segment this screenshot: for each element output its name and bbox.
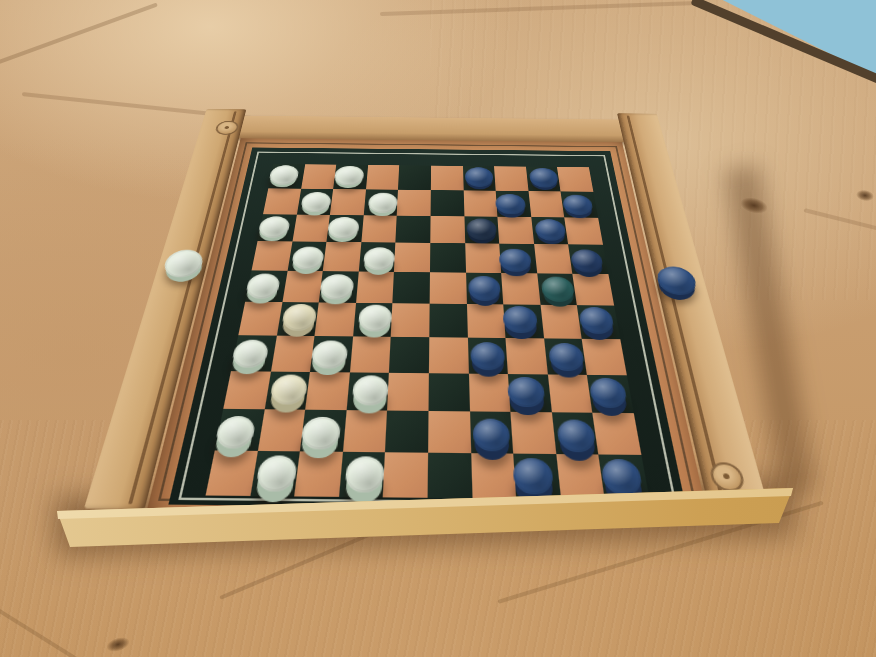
square-r2c7[interactable]: [463, 190, 497, 216]
blue-piece-r3c7[interactable]: [466, 218, 497, 240]
square-r8c9[interactable]: [548, 374, 593, 413]
square-r3c8[interactable]: [498, 216, 534, 244]
square-r9c1[interactable]: [215, 409, 265, 451]
square-r6c3[interactable]: [315, 302, 356, 336]
blue-piece-r6c8[interactable]: [503, 306, 538, 333]
square-r8c2[interactable]: [264, 371, 310, 410]
square-r7c6[interactable]: [429, 337, 469, 373]
square-r5c1[interactable]: [245, 271, 287, 303]
square-r4c1[interactable]: [252, 241, 293, 271]
square-r8c4[interactable]: [346, 372, 389, 411]
square-r6c4[interactable]: [353, 303, 393, 337]
square-r6c8[interactable]: [503, 304, 543, 338]
white-piece-r9c1[interactable]: [214, 416, 257, 449]
square-r3c3[interactable]: [327, 215, 364, 243]
square-r9c5[interactable]: [385, 411, 428, 453]
white-piece-r6c4[interactable]: [358, 305, 393, 332]
white-piece-r3c3[interactable]: [327, 217, 359, 239]
square-r3c7[interactable]: [464, 216, 499, 244]
blue-piece-r9c7[interactable]: [472, 418, 510, 451]
square-r5c5[interactable]: [393, 272, 430, 304]
square-r10c8[interactable]: [513, 454, 560, 499]
square-r5c9[interactable]: [537, 274, 577, 306]
square-r7c5[interactable]: [389, 337, 429, 373]
square-r10c6[interactable]: [428, 453, 472, 498]
square-r1c10[interactable]: [557, 167, 593, 192]
blue-piece-r2c10[interactable]: [561, 195, 593, 216]
square-r2c3[interactable]: [330, 189, 366, 215]
square-r4c5[interactable]: [394, 243, 430, 273]
square-r6c5[interactable]: [391, 303, 430, 337]
square-r2c8[interactable]: [496, 191, 531, 217]
square-r2c1[interactable]: [263, 188, 301, 214]
blue-piece-r2c8[interactable]: [495, 194, 526, 215]
square-r8c6[interactable]: [429, 373, 470, 412]
square-r7c4[interactable]: [350, 336, 391, 372]
square-r7c1[interactable]: [231, 335, 276, 371]
square-r5c8[interactable]: [501, 273, 540, 305]
white-piece-r7c3[interactable]: [311, 340, 348, 369]
blue-piece-r8c8[interactable]: [507, 377, 545, 408]
white-piece-r8c4[interactable]: [352, 375, 389, 406]
square-r2c4[interactable]: [364, 189, 399, 215]
square-r9c8[interactable]: [511, 412, 556, 454]
square-r4c10[interactable]: [569, 245, 609, 275]
blue-piece-r7c7[interactable]: [470, 342, 506, 371]
square-r3c4[interactable]: [361, 215, 397, 243]
square-r5c2[interactable]: [282, 271, 323, 303]
blue-piece-r4c10[interactable]: [569, 249, 604, 272]
white-piece-r1c1[interactable]: [268, 165, 300, 184]
blue-piece-r7c9[interactable]: [548, 343, 586, 372]
square-r2c10[interactable]: [561, 191, 598, 217]
square-r10c1[interactable]: [206, 451, 258, 496]
square-r1c3[interactable]: [333, 165, 368, 190]
square-r1c6[interactable]: [431, 166, 464, 191]
blue-piece-r5c7[interactable]: [468, 276, 501, 301]
draughts-board: [147, 138, 708, 515]
square-r9c6[interactable]: [428, 411, 471, 453]
square-r1c1[interactable]: [268, 164, 305, 189]
square-r4c2[interactable]: [287, 242, 326, 272]
blue-piece-r4c8[interactable]: [499, 248, 532, 271]
square-r9c10[interactable]: [593, 413, 642, 455]
square-r5c4[interactable]: [356, 272, 394, 304]
square-r3c2[interactable]: [292, 214, 330, 242]
square-r10c7[interactable]: [471, 453, 517, 498]
blue-piece-r1c9[interactable]: [529, 168, 560, 187]
white-piece-r7c1[interactable]: [231, 340, 271, 369]
square-r1c9[interactable]: [526, 167, 561, 192]
square-r10c2[interactable]: [250, 451, 300, 496]
square-r9c2[interactable]: [257, 410, 305, 452]
square-r6c6[interactable]: [429, 304, 467, 338]
white-piece-r10c4[interactable]: [344, 457, 385, 493]
square-r3c5[interactable]: [396, 215, 431, 243]
screw-inlay-bottom-right: [708, 462, 747, 492]
white-piece-r8c2[interactable]: [269, 374, 309, 405]
square-r1c2[interactable]: [301, 164, 337, 189]
blue-piece-r10c8[interactable]: [513, 458, 554, 494]
square-r5c6[interactable]: [430, 272, 467, 304]
blue-piece-r9c9[interactable]: [556, 419, 597, 452]
white-piece-r1c3[interactable]: [334, 166, 364, 185]
square-r4c3[interactable]: [323, 242, 361, 272]
square-r2c9[interactable]: [528, 191, 564, 217]
square-r6c7[interactable]: [467, 304, 506, 338]
square-r6c9[interactable]: [540, 305, 582, 339]
white-piece-r2c4[interactable]: [368, 193, 398, 214]
square-r6c10[interactable]: [577, 305, 620, 339]
white-piece-r5c1[interactable]: [245, 274, 282, 299]
square-r3c10[interactable]: [565, 217, 604, 245]
square-r4c4[interactable]: [359, 242, 396, 272]
square-r10c5[interactable]: [383, 452, 428, 497]
square-r9c7[interactable]: [470, 412, 514, 454]
screw-dot: [723, 473, 731, 479]
square-r3c9[interactable]: [531, 217, 568, 245]
square-r4c7[interactable]: [465, 244, 502, 274]
blue-piece-r8c10[interactable]: [588, 378, 628, 409]
square-r8c7[interactable]: [468, 373, 510, 412]
square-r1c8[interactable]: [494, 166, 528, 191]
square-r1c7[interactable]: [463, 166, 496, 191]
blue-piece-r10c10[interactable]: [600, 459, 644, 495]
square-r9c3[interactable]: [300, 410, 346, 452]
square-r8c10[interactable]: [587, 375, 634, 414]
blue-piece-r3c9[interactable]: [534, 219, 567, 241]
square-r4c9[interactable]: [534, 244, 573, 274]
square-r7c9[interactable]: [544, 338, 587, 374]
square-r8c3[interactable]: [305, 372, 349, 411]
square-r6c2[interactable]: [277, 302, 319, 336]
white-piece-r2c2[interactable]: [300, 192, 332, 213]
blue-piece-r1c7[interactable]: [465, 167, 494, 186]
square-r1c4[interactable]: [366, 165, 400, 190]
square-r7c10[interactable]: [582, 339, 627, 375]
square-r5c7[interactable]: [466, 273, 504, 305]
white-piece-r5c3[interactable]: [320, 275, 355, 300]
square-r8c1[interactable]: [223, 371, 270, 410]
square-r4c8[interactable]: [499, 244, 537, 274]
white-piece-r10c2[interactable]: [255, 456, 298, 492]
screw-dot: [224, 126, 229, 129]
white-piece-r9c3[interactable]: [301, 416, 342, 449]
square-r6c1[interactable]: [238, 302, 282, 336]
square-r8c5[interactable]: [387, 372, 428, 411]
white-piece-r6c2[interactable]: [281, 304, 318, 330]
scene: [0, 0, 876, 657]
square-r1c5[interactable]: [398, 165, 431, 190]
square-r10c3[interactable]: [294, 452, 342, 497]
square-r10c9[interactable]: [556, 454, 605, 499]
square-r5c10[interactable]: [573, 274, 614, 306]
square-r3c6[interactable]: [430, 216, 465, 244]
square-r2c2[interactable]: [297, 189, 334, 215]
square-r7c2[interactable]: [271, 335, 315, 371]
square-r8c8[interactable]: [508, 374, 552, 413]
square-r7c8[interactable]: [506, 338, 548, 374]
screw-inlay-top-left: [214, 121, 240, 135]
square-r9c4[interactable]: [343, 411, 388, 453]
blue-piece-r6c10[interactable]: [578, 307, 615, 334]
board-grid: [206, 164, 650, 500]
square-r10c4[interactable]: [339, 452, 386, 497]
square-r9c9[interactable]: [552, 413, 599, 455]
white-piece-r4c4[interactable]: [363, 247, 395, 270]
square-r2c5[interactable]: [397, 190, 431, 216]
square-r4c6[interactable]: [430, 243, 466, 273]
square-r3c1[interactable]: [257, 214, 296, 242]
white-piece-r4c2[interactable]: [291, 246, 325, 269]
square-r7c3[interactable]: [310, 336, 353, 372]
square-r7c7[interactable]: [467, 337, 508, 373]
square-r5c3[interactable]: [319, 271, 359, 303]
blue-piece-r5c9[interactable]: [541, 277, 576, 302]
square-r2c6[interactable]: [431, 190, 465, 216]
white-piece-r3c1[interactable]: [257, 216, 291, 238]
